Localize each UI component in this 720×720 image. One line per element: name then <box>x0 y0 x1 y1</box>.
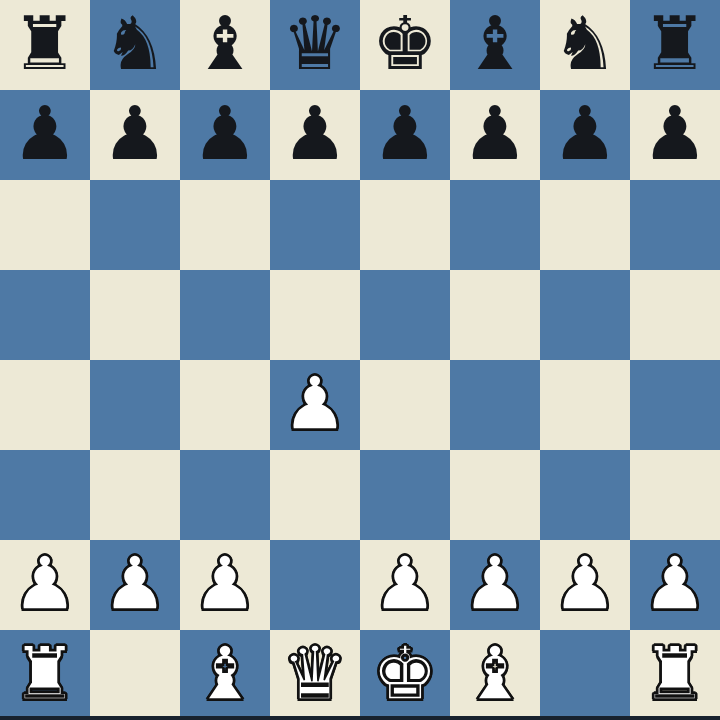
piece-black-rook[interactable]: ♜ <box>642 6 708 80</box>
square-a2[interactable]: ♟ <box>0 540 90 630</box>
square-h7[interactable]: ♟ <box>630 90 720 180</box>
square-f3[interactable] <box>450 450 540 540</box>
square-h6[interactable] <box>630 180 720 270</box>
square-a6[interactable] <box>0 180 90 270</box>
square-b1[interactable] <box>90 630 180 720</box>
piece-black-queen[interactable]: ♛ <box>282 6 348 80</box>
piece-white-pawn[interactable]: ♟ <box>12 546 78 620</box>
piece-white-bishop[interactable]: ♝ <box>462 636 528 710</box>
square-h5[interactable] <box>630 270 720 360</box>
square-a3[interactable] <box>0 450 90 540</box>
square-b2[interactable]: ♟ <box>90 540 180 630</box>
piece-white-queen[interactable]: ♛ <box>282 636 348 710</box>
square-c7[interactable]: ♟ <box>180 90 270 180</box>
square-d5[interactable] <box>270 270 360 360</box>
square-b5[interactable] <box>90 270 180 360</box>
piece-black-pawn[interactable]: ♟ <box>552 96 618 170</box>
piece-white-pawn[interactable]: ♟ <box>102 546 168 620</box>
square-c6[interactable] <box>180 180 270 270</box>
piece-white-pawn[interactable]: ♟ <box>642 546 708 620</box>
square-d6[interactable] <box>270 180 360 270</box>
square-a8[interactable]: ♜ <box>0 0 90 90</box>
square-b7[interactable]: ♟ <box>90 90 180 180</box>
piece-white-rook[interactable]: ♜ <box>642 636 708 710</box>
chess-board: ♜♞♝♛♚♝♞♜♟♟♟♟♟♟♟♟♟♟♟♟♟♟♟♟♜♝♛♚♝♜ <box>0 0 720 720</box>
square-f8[interactable]: ♝ <box>450 0 540 90</box>
square-g2[interactable]: ♟ <box>540 540 630 630</box>
piece-black-bishop[interactable]: ♝ <box>462 6 528 80</box>
square-g6[interactable] <box>540 180 630 270</box>
square-f4[interactable] <box>450 360 540 450</box>
piece-white-pawn[interactable]: ♟ <box>552 546 618 620</box>
piece-black-pawn[interactable]: ♟ <box>462 96 528 170</box>
square-c1[interactable]: ♝ <box>180 630 270 720</box>
square-c8[interactable]: ♝ <box>180 0 270 90</box>
piece-black-pawn[interactable]: ♟ <box>282 96 348 170</box>
square-a5[interactable] <box>0 270 90 360</box>
square-d3[interactable] <box>270 450 360 540</box>
square-d1[interactable]: ♛ <box>270 630 360 720</box>
square-g4[interactable] <box>540 360 630 450</box>
square-g7[interactable]: ♟ <box>540 90 630 180</box>
piece-white-bishop[interactable]: ♝ <box>192 636 258 710</box>
square-f2[interactable]: ♟ <box>450 540 540 630</box>
piece-black-pawn[interactable]: ♟ <box>12 96 78 170</box>
square-c5[interactable] <box>180 270 270 360</box>
square-f6[interactable] <box>450 180 540 270</box>
square-g5[interactable] <box>540 270 630 360</box>
square-e2[interactable]: ♟ <box>360 540 450 630</box>
square-a1[interactable]: ♜ <box>0 630 90 720</box>
square-c3[interactable] <box>180 450 270 540</box>
piece-white-pawn[interactable]: ♟ <box>192 546 258 620</box>
square-e1[interactable]: ♚ <box>360 630 450 720</box>
piece-white-rook[interactable]: ♜ <box>12 636 78 710</box>
square-d2[interactable] <box>270 540 360 630</box>
square-e5[interactable] <box>360 270 450 360</box>
square-b4[interactable] <box>90 360 180 450</box>
piece-black-rook[interactable]: ♜ <box>12 6 78 80</box>
square-e8[interactable]: ♚ <box>360 0 450 90</box>
square-a7[interactable]: ♟ <box>0 90 90 180</box>
piece-black-knight[interactable]: ♞ <box>552 6 618 80</box>
piece-white-pawn[interactable]: ♟ <box>462 546 528 620</box>
square-g8[interactable]: ♞ <box>540 0 630 90</box>
square-e6[interactable] <box>360 180 450 270</box>
square-e4[interactable] <box>360 360 450 450</box>
square-b6[interactable] <box>90 180 180 270</box>
square-b3[interactable] <box>90 450 180 540</box>
piece-white-pawn[interactable]: ♟ <box>282 366 348 440</box>
square-c4[interactable] <box>180 360 270 450</box>
square-a4[interactable] <box>0 360 90 450</box>
square-e7[interactable]: ♟ <box>360 90 450 180</box>
square-d4[interactable]: ♟ <box>270 360 360 450</box>
square-h4[interactable] <box>630 360 720 450</box>
square-g1[interactable] <box>540 630 630 720</box>
square-g3[interactable] <box>540 450 630 540</box>
piece-black-king[interactable]: ♚ <box>372 6 438 80</box>
square-e3[interactable] <box>360 450 450 540</box>
piece-black-pawn[interactable]: ♟ <box>642 96 708 170</box>
square-h3[interactable] <box>630 450 720 540</box>
square-h2[interactable]: ♟ <box>630 540 720 630</box>
square-c2[interactable]: ♟ <box>180 540 270 630</box>
square-f1[interactable]: ♝ <box>450 630 540 720</box>
square-d8[interactable]: ♛ <box>270 0 360 90</box>
piece-white-king[interactable]: ♚ <box>372 636 438 710</box>
square-b8[interactable]: ♞ <box>90 0 180 90</box>
piece-black-pawn[interactable]: ♟ <box>192 96 258 170</box>
square-f5[interactable] <box>450 270 540 360</box>
piece-black-knight[interactable]: ♞ <box>102 6 168 80</box>
square-h1[interactable]: ♜ <box>630 630 720 720</box>
square-h8[interactable]: ♜ <box>630 0 720 90</box>
square-f7[interactable]: ♟ <box>450 90 540 180</box>
piece-black-bishop[interactable]: ♝ <box>192 6 258 80</box>
piece-black-pawn[interactable]: ♟ <box>372 96 438 170</box>
piece-black-pawn[interactable]: ♟ <box>102 96 168 170</box>
piece-white-pawn[interactable]: ♟ <box>372 546 438 620</box>
square-d7[interactable]: ♟ <box>270 90 360 180</box>
